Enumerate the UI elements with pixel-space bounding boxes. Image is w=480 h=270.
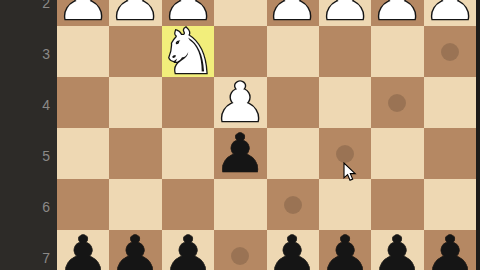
square-h3[interactable]	[57, 26, 109, 77]
chess-board[interactable]: ♟♟♟♟♟♟♟♞♟♟♟♟♟♟♟♟♟	[57, 0, 476, 270]
square-f3[interactable]: ♞	[162, 26, 214, 77]
square-a4[interactable]	[424, 77, 476, 128]
square-g7[interactable]: ♟	[109, 230, 161, 270]
square-f5[interactable]	[162, 128, 214, 179]
white-pawn-b2[interactable]: ♟	[371, 0, 424, 28]
square-b7[interactable]: ♟	[371, 230, 423, 270]
square-b5[interactable]	[371, 128, 423, 179]
move-hint-dot-b4[interactable]	[388, 94, 406, 112]
square-h7[interactable]: ♟	[57, 230, 109, 270]
square-h5[interactable]	[57, 128, 109, 179]
square-d6[interactable]	[267, 179, 319, 230]
black-pawn-e5[interactable]: ♟	[214, 127, 267, 181]
square-e7[interactable]	[214, 230, 266, 270]
square-e2[interactable]	[214, 0, 266, 26]
square-g5[interactable]	[109, 128, 161, 179]
rank-label-3: 3	[30, 46, 50, 62]
square-d2[interactable]: ♟	[267, 0, 319, 26]
square-a7[interactable]: ♟	[424, 230, 476, 270]
square-f6[interactable]	[162, 179, 214, 230]
square-g6[interactable]	[109, 179, 161, 230]
black-pawn-c7[interactable]: ♟	[318, 229, 371, 270]
white-knight-f3[interactable]: ♞	[159, 21, 217, 83]
move-hint-dot-c5[interactable]	[336, 145, 354, 163]
square-g2[interactable]: ♟	[109, 0, 161, 26]
rank-label-4: 4	[30, 97, 50, 113]
square-c4[interactable]	[319, 77, 371, 128]
square-e6[interactable]	[214, 179, 266, 230]
square-e5[interactable]: ♟	[214, 128, 266, 179]
white-pawn-d2[interactable]: ♟	[266, 0, 319, 28]
move-hint-dot-d6[interactable]	[284, 196, 302, 214]
square-b2[interactable]: ♟	[371, 0, 423, 26]
square-b4[interactable]	[371, 77, 423, 128]
square-e4[interactable]: ♟	[214, 77, 266, 128]
square-e3[interactable]	[214, 26, 266, 77]
square-d7[interactable]: ♟	[267, 230, 319, 270]
move-hint-dot-e7[interactable]	[231, 247, 249, 265]
rank-label-5: 5	[30, 148, 50, 164]
rank-label-2: 2	[30, 0, 50, 11]
square-g4[interactable]	[109, 77, 161, 128]
black-pawn-d7[interactable]: ♟	[266, 229, 319, 270]
black-pawn-a7[interactable]: ♟	[423, 229, 476, 270]
square-h6[interactable]	[57, 179, 109, 230]
white-pawn-a2[interactable]: ♟	[423, 0, 476, 28]
black-pawn-g7[interactable]: ♟	[109, 229, 162, 270]
page-background-right	[476, 0, 480, 270]
black-pawn-h7[interactable]: ♟	[57, 229, 110, 270]
square-c2[interactable]: ♟	[319, 0, 371, 26]
square-g3[interactable]	[109, 26, 161, 77]
square-a6[interactable]	[424, 179, 476, 230]
square-b6[interactable]	[371, 179, 423, 230]
square-a3[interactable]	[424, 26, 476, 77]
rank-label-7: 7	[30, 250, 50, 266]
black-pawn-f7[interactable]: ♟	[161, 229, 214, 270]
square-d3[interactable]	[267, 26, 319, 77]
black-pawn-b7[interactable]: ♟	[371, 229, 424, 270]
square-h2[interactable]: ♟	[57, 0, 109, 26]
square-c3[interactable]	[319, 26, 371, 77]
square-f4[interactable]	[162, 77, 214, 128]
square-f7[interactable]: ♟	[162, 230, 214, 270]
square-a2[interactable]: ♟	[424, 0, 476, 26]
rank-coordinates: 234567	[0, 0, 53, 270]
app-viewport: 234567 ♟♟♟♟♟♟♟♞♟♟♟♟♟♟♟♟♟	[0, 0, 480, 270]
square-c5[interactable]	[319, 128, 371, 179]
square-b3[interactable]	[371, 26, 423, 77]
square-a5[interactable]	[424, 128, 476, 179]
square-c7[interactable]: ♟	[319, 230, 371, 270]
square-c6[interactable]	[319, 179, 371, 230]
square-h4[interactable]	[57, 77, 109, 128]
white-pawn-g2[interactable]: ♟	[109, 0, 162, 28]
square-d4[interactable]	[267, 77, 319, 128]
square-d5[interactable]	[267, 128, 319, 179]
white-pawn-c2[interactable]: ♟	[318, 0, 371, 28]
rank-label-6: 6	[30, 199, 50, 215]
white-pawn-h2[interactable]: ♟	[57, 0, 110, 28]
move-hint-dot-a3[interactable]	[441, 43, 459, 61]
